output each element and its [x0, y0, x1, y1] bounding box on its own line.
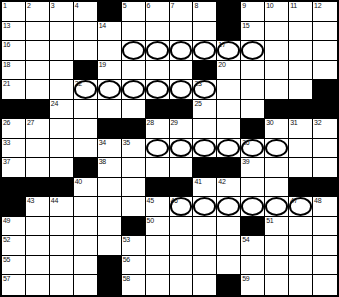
circle-marker — [241, 139, 264, 158]
cell-r14c13[interactable] — [289, 256, 313, 276]
cell-r8c10-circled[interactable] — [217, 139, 241, 159]
circle-marker — [217, 139, 240, 158]
cell-r9c11[interactable]: 39 — [241, 158, 265, 178]
cell-r4c8[interactable] — [170, 61, 194, 81]
cell-r1c2[interactable]: 2 — [26, 2, 50, 22]
cell-r13c3[interactable] — [50, 236, 74, 256]
cell-r13c7[interactable] — [146, 236, 170, 256]
block-r6c1 — [2, 100, 26, 120]
clue-number: 19 — [99, 61, 106, 69]
block-r10c7 — [146, 178, 170, 198]
cell-r13c2[interactable] — [26, 236, 50, 256]
cell-r5c12[interactable] — [265, 80, 289, 100]
block-r5c14 — [313, 80, 337, 100]
cell-r1c12[interactable]: 10 — [265, 2, 289, 22]
cell-r7c3[interactable] — [50, 119, 74, 139]
clue-number: 53 — [123, 236, 130, 244]
cell-r15c13[interactable] — [289, 275, 313, 295]
cell-r1c1[interactable]: 1 — [2, 2, 26, 22]
clue-number: 49 — [3, 217, 10, 225]
cell-r4c10[interactable]: 20 — [217, 61, 241, 81]
cell-r12c8[interactable] — [170, 217, 194, 237]
clue-number: 48 — [314, 197, 321, 205]
cell-r11c10-circled[interactable] — [217, 197, 241, 217]
cell-r14c9[interactable] — [193, 256, 217, 276]
cell-r3c1[interactable]: 16 — [2, 41, 26, 61]
cell-r10c4[interactable]: 40 — [74, 178, 98, 198]
block-r10c1 — [2, 178, 26, 198]
cell-r15c6[interactable]: 58 — [122, 275, 146, 295]
cell-r8c2[interactable] — [26, 139, 50, 159]
clue-number: 3 — [51, 2, 55, 10]
clue-number: 40 — [75, 178, 82, 186]
cell-r7c2[interactable]: 27 — [26, 119, 50, 139]
cell-r2c14[interactable] — [313, 22, 337, 42]
cell-r3c9-circled[interactable] — [193, 41, 217, 61]
block-r6c13 — [289, 100, 313, 120]
crossword-grid: 1234567891011121314151617181920212223242… — [0, 0, 339, 297]
cell-r8c13[interactable] — [289, 139, 313, 159]
cell-r13c8[interactable] — [170, 236, 194, 256]
circle-marker — [193, 41, 216, 60]
cell-r5c8-circled[interactable] — [170, 80, 194, 100]
clue-number: 2 — [27, 2, 31, 10]
circle-marker — [265, 139, 288, 158]
cell-r2c11[interactable]: 15 — [241, 22, 265, 42]
cell-r3c13[interactable] — [289, 41, 313, 61]
cell-r3c12[interactable] — [265, 41, 289, 61]
cell-r4c6[interactable] — [122, 61, 146, 81]
block-r6c7 — [146, 100, 170, 120]
cell-r15c12[interactable] — [265, 275, 289, 295]
clue-number: 7 — [171, 2, 175, 10]
cell-r6c9[interactable]: 25 — [193, 100, 217, 120]
cell-r2c4[interactable] — [74, 22, 98, 42]
block-r12c6 — [122, 217, 146, 237]
cell-r2c6[interactable] — [122, 22, 146, 42]
clue-number: 33 — [3, 139, 10, 147]
cell-r13c13[interactable] — [289, 236, 313, 256]
block-r1c10 — [217, 2, 241, 22]
clue-number: 6 — [147, 2, 151, 10]
clue-number: 27 — [27, 119, 34, 127]
cell-r7c1[interactable]: 26 — [2, 119, 26, 139]
cell-r7c9[interactable] — [193, 119, 217, 139]
block-r10c3 — [50, 178, 74, 198]
cell-r5c7-circled[interactable] — [146, 80, 170, 100]
block-r4c4 — [74, 61, 98, 81]
cell-r9c2[interactable] — [26, 158, 50, 178]
cell-r9c14[interactable] — [313, 158, 337, 178]
cell-r2c3[interactable] — [50, 22, 74, 42]
clue-number: 54 — [242, 236, 249, 244]
block-r6c14 — [313, 100, 337, 120]
circle-marker — [217, 41, 240, 60]
cell-r8c12-circled[interactable] — [265, 139, 289, 159]
clue-number: 25 — [194, 100, 201, 108]
cell-r9c13[interactable] — [289, 158, 313, 178]
block-r10c13 — [289, 178, 313, 198]
cell-r8c1[interactable]: 33 — [2, 139, 26, 159]
cell-r6c6[interactable] — [122, 100, 146, 120]
cell-r7c14[interactable]: 32 — [313, 119, 337, 139]
cell-r2c8[interactable] — [170, 22, 194, 42]
cell-r4c14[interactable] — [313, 61, 337, 81]
block-r2c10 — [217, 22, 241, 42]
cell-r11c6[interactable] — [122, 197, 146, 217]
cell-r5c9-circled[interactable]: 23 — [193, 80, 217, 100]
block-r10c8 — [170, 178, 194, 198]
clue-number: 56 — [123, 256, 130, 264]
block-r15c5 — [98, 275, 122, 295]
clue-number: 1 — [3, 2, 7, 10]
clue-number: 21 — [3, 80, 10, 88]
cell-r15c7[interactable] — [146, 275, 170, 295]
circle-marker — [193, 197, 216, 216]
cell-r7c10[interactable] — [217, 119, 241, 139]
cell-r9c12[interactable] — [265, 158, 289, 178]
cell-r11c9-circled[interactable] — [193, 197, 217, 217]
cell-r12c10[interactable] — [217, 217, 241, 237]
cell-r2c1[interactable]: 13 — [2, 22, 26, 42]
clue-number: 50 — [147, 217, 154, 225]
cell-r14c3[interactable] — [50, 256, 74, 276]
cell-r6c11[interactable] — [241, 100, 265, 120]
cell-r1c14[interactable]: 12 — [313, 2, 337, 22]
clue-number: 35 — [123, 139, 130, 147]
clue-number: 57 — [3, 275, 10, 283]
cell-r5c3[interactable] — [50, 80, 74, 100]
cell-r12c13[interactable] — [289, 217, 313, 237]
cell-r15c9[interactable] — [193, 275, 217, 295]
cell-r15c14[interactable] — [313, 275, 337, 295]
cell-r4c12[interactable] — [265, 61, 289, 81]
circle-marker — [241, 197, 264, 216]
cell-r13c10[interactable] — [217, 236, 241, 256]
clue-number: 34 — [99, 139, 106, 147]
cell-r4c1[interactable]: 18 — [2, 61, 26, 81]
cell-r5c1[interactable]: 21 — [2, 80, 26, 100]
block-r7c5 — [98, 119, 122, 139]
cell-r7c7[interactable]: 28 — [146, 119, 170, 139]
clue-number: 37 — [3, 158, 10, 166]
cell-r3c3[interactable] — [50, 41, 74, 61]
cell-r6c4[interactable] — [74, 100, 98, 120]
cell-r11c8-circled[interactable]: 46 — [170, 197, 194, 217]
clue-number: 12 — [314, 2, 321, 10]
block-r7c6 — [122, 119, 146, 139]
cell-r15c8[interactable] — [170, 275, 194, 295]
cell-r1c7[interactable]: 6 — [146, 2, 170, 22]
cell-r2c9[interactable] — [193, 22, 217, 42]
block-r10c14 — [313, 178, 337, 198]
circle-marker — [170, 139, 193, 158]
cell-r8c3[interactable] — [50, 139, 74, 159]
cell-r2c5[interactable]: 14 — [98, 22, 122, 42]
circle-marker — [146, 80, 169, 99]
cell-r9c6[interactable] — [122, 158, 146, 178]
circle-marker — [146, 139, 169, 158]
cell-r11c14[interactable]: 48 — [313, 197, 337, 217]
clue-number: 31 — [290, 119, 297, 127]
clue-number: 11 — [290, 2, 297, 10]
cell-r14c12[interactable] — [265, 256, 289, 276]
clue-number: 51 — [266, 217, 273, 225]
clue-number: 58 — [123, 275, 130, 283]
cell-r13c9[interactable] — [193, 236, 217, 256]
cell-r15c2[interactable] — [26, 275, 50, 295]
cell-r9c8[interactable] — [170, 158, 194, 178]
clue-number: 14 — [99, 22, 106, 30]
cell-r12c1[interactable]: 49 — [2, 217, 26, 237]
cell-r8c5[interactable]: 34 — [98, 139, 122, 159]
circle-marker — [122, 80, 145, 99]
cell-r4c5[interactable]: 19 — [98, 61, 122, 81]
block-r9c4 — [74, 158, 98, 178]
clue-number: 59 — [242, 275, 249, 283]
clue-number: 30 — [266, 119, 273, 127]
cell-r2c2[interactable] — [26, 22, 50, 42]
cell-r4c11[interactable] — [241, 61, 265, 81]
cell-r5c2[interactable] — [26, 80, 50, 100]
cell-r3c5[interactable] — [98, 41, 122, 61]
cell-r10c5[interactable] — [98, 178, 122, 198]
cell-r12c7[interactable]: 50 — [146, 217, 170, 237]
circle-marker — [217, 197, 240, 216]
cell-r10c6[interactable] — [122, 178, 146, 198]
cell-r11c12-circled[interactable] — [265, 197, 289, 217]
block-r10c2 — [26, 178, 50, 198]
circle-marker — [170, 80, 193, 99]
cell-r4c3[interactable] — [50, 61, 74, 81]
cell-r10c12[interactable] — [265, 178, 289, 198]
cell-r4c2[interactable] — [26, 61, 50, 81]
cell-r14c11[interactable] — [241, 256, 265, 276]
clue-number: 8 — [194, 2, 198, 10]
cell-r1c3[interactable]: 3 — [50, 2, 74, 22]
cell-r8c6[interactable]: 35 — [122, 139, 146, 159]
clue-number: 52 — [3, 236, 10, 244]
clue-number: 9 — [242, 2, 246, 10]
cell-r1c9[interactable]: 8 — [193, 2, 217, 22]
cell-r12c3[interactable] — [50, 217, 74, 237]
cell-r5c11[interactable] — [241, 80, 265, 100]
circle-marker — [74, 80, 97, 99]
circle-marker — [170, 197, 193, 216]
clue-number: 41 — [194, 178, 201, 186]
cell-r6c3[interactable]: 24 — [50, 100, 74, 120]
cell-r1c6[interactable]: 5 — [122, 2, 146, 22]
circle-marker — [193, 80, 216, 99]
clue-number: 45 — [147, 197, 154, 205]
cell-r15c4[interactable] — [74, 275, 98, 295]
circle-marker — [122, 41, 145, 60]
cell-r14c14[interactable] — [313, 256, 337, 276]
clue-number: 28 — [147, 119, 154, 127]
cell-r3c4[interactable] — [74, 41, 98, 61]
cell-r5c4-circled[interactable]: 22 — [74, 80, 98, 100]
cell-r11c5[interactable] — [98, 197, 122, 217]
cell-r15c1[interactable]: 57 — [2, 275, 26, 295]
cell-r14c8[interactable] — [170, 256, 194, 276]
cell-r12c5[interactable] — [98, 217, 122, 237]
cell-r7c12[interactable]: 30 — [265, 119, 289, 139]
cell-r1c11[interactable]: 9 — [241, 2, 265, 22]
cell-r12c9[interactable] — [193, 217, 217, 237]
cell-r2c7[interactable] — [146, 22, 170, 42]
cell-r11c4[interactable] — [74, 197, 98, 217]
cell-r10c10[interactable]: 42 — [217, 178, 241, 198]
cell-r1c8[interactable]: 7 — [170, 2, 194, 22]
cell-r3c11-circled[interactable] — [241, 41, 265, 61]
block-r1c5 — [98, 2, 122, 22]
block-r6c12 — [265, 100, 289, 120]
cell-r8c7-circled[interactable] — [146, 139, 170, 159]
clue-number: 16 — [3, 41, 10, 49]
cell-r10c11[interactable] — [241, 178, 265, 198]
block-r9c10 — [217, 158, 241, 178]
cell-r9c7[interactable] — [146, 158, 170, 178]
cell-r8c9-circled[interactable] — [193, 139, 217, 159]
cell-r13c11[interactable]: 54 — [241, 236, 265, 256]
block-r7c11 — [241, 119, 265, 139]
cell-r6c5[interactable] — [98, 100, 122, 120]
cell-r8c11-circled[interactable]: 36 — [241, 139, 265, 159]
cell-r7c13[interactable]: 31 — [289, 119, 313, 139]
clue-number: 55 — [3, 256, 10, 264]
cell-r5c13[interactable] — [289, 80, 313, 100]
cell-r14c7[interactable] — [146, 256, 170, 276]
cell-r9c3[interactable] — [50, 158, 74, 178]
cell-r6c10[interactable] — [217, 100, 241, 120]
clue-number: 32 — [314, 119, 321, 127]
clue-number: 4 — [75, 2, 79, 10]
cell-r3c2[interactable] — [26, 41, 50, 61]
cell-r8c8-circled[interactable] — [170, 139, 194, 159]
clue-number: 20 — [218, 61, 225, 69]
circle-marker — [193, 139, 216, 158]
circle-marker — [146, 41, 169, 60]
cell-r7c8[interactable]: 29 — [170, 119, 194, 139]
block-r11c1 — [2, 197, 26, 217]
cell-r14c1[interactable]: 55 — [2, 256, 26, 276]
cell-r1c4[interactable]: 4 — [74, 2, 98, 22]
cell-r12c12[interactable]: 51 — [265, 217, 289, 237]
circle-marker — [289, 197, 312, 216]
clue-number: 39 — [242, 158, 249, 166]
cell-r13c1[interactable]: 52 — [2, 236, 26, 256]
block-r14c5 — [98, 256, 122, 276]
clue-number: 26 — [3, 119, 10, 127]
cell-r12c2[interactable] — [26, 217, 50, 237]
clue-number: 13 — [3, 22, 10, 30]
cell-r13c14[interactable] — [313, 236, 337, 256]
cell-r12c4[interactable] — [74, 217, 98, 237]
cell-r13c12[interactable] — [265, 236, 289, 256]
circle-marker — [98, 80, 121, 99]
cell-r7c4[interactable] — [74, 119, 98, 139]
clue-number: 5 — [123, 2, 127, 10]
cell-r11c3[interactable]: 44 — [50, 197, 74, 217]
cell-r13c5[interactable] — [98, 236, 122, 256]
cell-r9c5[interactable]: 38 — [98, 158, 122, 178]
cell-r14c4[interactable] — [74, 256, 98, 276]
block-r6c2 — [26, 100, 50, 120]
clue-number: 24 — [51, 100, 58, 108]
cell-r10c9[interactable]: 41 — [193, 178, 217, 198]
cell-r13c4[interactable] — [74, 236, 98, 256]
cell-r3c8-circled[interactable] — [170, 41, 194, 61]
clue-number: 38 — [99, 158, 106, 166]
block-r4c9 — [193, 61, 217, 81]
cell-r8c4[interactable] — [74, 139, 98, 159]
cell-r11c11-circled[interactable] — [241, 197, 265, 217]
cell-r2c13[interactable] — [289, 22, 313, 42]
cell-r14c6[interactable]: 56 — [122, 256, 146, 276]
cell-r4c7[interactable] — [146, 61, 170, 81]
cell-r5c6-circled[interactable] — [122, 80, 146, 100]
block-r6c8 — [170, 100, 194, 120]
cell-r5c5-circled[interactable] — [98, 80, 122, 100]
cell-r14c10[interactable] — [217, 256, 241, 276]
clue-number: 44 — [51, 197, 58, 205]
cell-r8c14[interactable] — [313, 139, 337, 159]
cell-r11c13-circled[interactable]: 47 — [289, 197, 313, 217]
clue-number: 18 — [3, 61, 10, 69]
cell-r3c6-circled[interactable] — [122, 41, 146, 61]
cell-r2c12[interactable] — [265, 22, 289, 42]
cell-r1c13[interactable]: 11 — [289, 2, 313, 22]
cell-r4c13[interactable] — [289, 61, 313, 81]
cell-r11c7[interactable]: 45 — [146, 197, 170, 217]
circle-marker — [170, 41, 193, 60]
clue-number: 15 — [242, 22, 249, 30]
cell-r9c1[interactable]: 37 — [2, 158, 26, 178]
clue-number: 43 — [27, 197, 34, 205]
block-r15c10 — [217, 275, 241, 295]
cell-r15c11[interactable]: 59 — [241, 275, 265, 295]
circle-marker — [265, 197, 288, 216]
cell-r12c14[interactable] — [313, 217, 337, 237]
block-r9c9 — [193, 158, 217, 178]
block-r12c11 — [241, 217, 265, 237]
circle-marker — [241, 41, 264, 60]
cell-r5c10[interactable] — [217, 80, 241, 100]
cell-r11c2[interactable]: 43 — [26, 197, 50, 217]
cell-r14c2[interactable] — [26, 256, 50, 276]
cell-r15c3[interactable] — [50, 275, 74, 295]
cell-r3c14[interactable] — [313, 41, 337, 61]
clue-number: 29 — [171, 119, 178, 127]
clue-number: 42 — [218, 178, 225, 186]
cell-r3c7-circled[interactable] — [146, 41, 170, 61]
clue-number: 10 — [266, 2, 273, 10]
cell-r13c6[interactable]: 53 — [122, 236, 146, 256]
cell-r3c10-circled[interactable]: 17 — [217, 41, 241, 61]
